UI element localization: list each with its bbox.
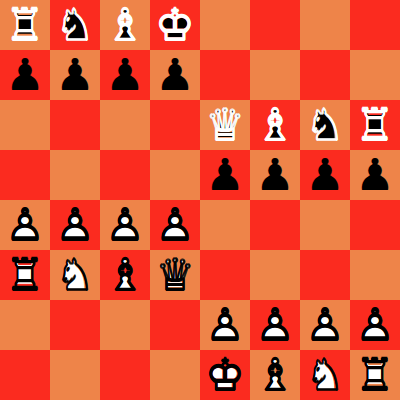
square-g5[interactable]: ♟ — [300, 150, 350, 200]
piece-fill-glyph: ♟ — [100, 50, 150, 100]
square-g7[interactable] — [300, 50, 350, 100]
white-pawn[interactable]: ♟♙ — [100, 200, 150, 250]
piece-outline-glyph: ♙ — [150, 200, 200, 250]
white-bishop[interactable]: ♝♗ — [250, 350, 300, 400]
piece-fill-glyph: ♛ — [200, 100, 250, 150]
square-e1[interactable]: ♚♔ — [200, 350, 250, 400]
black-pawn[interactable]: ♟ — [250, 150, 300, 200]
square-g6[interactable]: ♞♘ — [300, 100, 350, 150]
square-g8[interactable] — [300, 0, 350, 50]
square-a4[interactable]: ♟♙ — [0, 200, 50, 250]
square-e3[interactable] — [200, 250, 250, 300]
piece-outline-glyph: ♖ — [0, 0, 50, 50]
piece-fill-glyph: ♟ — [300, 300, 350, 350]
piece-fill-glyph: ♟ — [200, 150, 250, 200]
square-d1[interactable] — [150, 350, 200, 400]
piece-fill-glyph: ♝ — [250, 100, 300, 150]
piece-fill-glyph: ♚ — [150, 0, 200, 50]
white-pawn[interactable]: ♟♙ — [300, 300, 350, 350]
white-queen[interactable]: ♛♕ — [150, 250, 200, 300]
square-d6[interactable] — [150, 100, 200, 150]
square-h5[interactable]: ♟ — [350, 150, 400, 200]
black-pawn[interactable]: ♟ — [50, 50, 100, 100]
piece-outline-glyph: ♕ — [200, 100, 250, 150]
piece-fill-glyph: ♞ — [50, 0, 100, 50]
white-knight[interactable]: ♞♘ — [50, 250, 100, 300]
piece-fill-glyph: ♜ — [350, 350, 400, 400]
square-b6[interactable] — [50, 100, 100, 150]
square-g2[interactable]: ♟♙ — [300, 300, 350, 350]
piece-outline-glyph: ♖ — [0, 250, 50, 300]
chess-board: ♜♖♞♘♝♗♚♔♟♟♟♟♛♕♝♗♞♘♜♖♟♟♟♟♟♙♟♙♟♙♟♙♜♖♞♘♝♗♛♕… — [0, 0, 400, 400]
piece-fill-glyph: ♟ — [0, 200, 50, 250]
piece-fill-glyph: ♟ — [250, 300, 300, 350]
piece-fill-glyph: ♝ — [250, 350, 300, 400]
piece-outline-glyph: ♖ — [350, 350, 400, 400]
square-d8[interactable]: ♚♔ — [150, 0, 200, 50]
piece-fill-glyph: ♟ — [250, 150, 300, 200]
square-f5[interactable]: ♟ — [250, 150, 300, 200]
white-pawn[interactable]: ♟♙ — [50, 200, 100, 250]
square-h4[interactable] — [350, 200, 400, 250]
piece-outline-glyph: ♙ — [0, 200, 50, 250]
square-f3[interactable] — [250, 250, 300, 300]
square-e5[interactable]: ♟ — [200, 150, 250, 200]
piece-outline-glyph: ♘ — [50, 0, 100, 50]
piece-fill-glyph: ♟ — [200, 300, 250, 350]
black-knight[interactable]: ♞♘ — [300, 100, 350, 150]
square-b7[interactable]: ♟ — [50, 50, 100, 100]
square-c6[interactable] — [100, 100, 150, 150]
square-a7[interactable]: ♟ — [0, 50, 50, 100]
square-e6[interactable]: ♛♕ — [200, 100, 250, 150]
square-b2[interactable] — [50, 300, 100, 350]
square-e8[interactable] — [200, 0, 250, 50]
square-b4[interactable]: ♟♙ — [50, 200, 100, 250]
white-knight[interactable]: ♞♘ — [300, 350, 350, 400]
piece-fill-glyph: ♞ — [300, 100, 350, 150]
square-f8[interactable] — [250, 0, 300, 50]
square-c1[interactable] — [100, 350, 150, 400]
black-rook[interactable]: ♜♖ — [0, 0, 50, 50]
square-f4[interactable] — [250, 200, 300, 250]
piece-fill-glyph: ♟ — [300, 150, 350, 200]
square-g3[interactable] — [300, 250, 350, 300]
square-c4[interactable]: ♟♙ — [100, 200, 150, 250]
piece-fill-glyph: ♜ — [350, 100, 400, 150]
piece-outline-glyph: ♔ — [150, 0, 200, 50]
piece-fill-glyph: ♟ — [150, 200, 200, 250]
white-rook[interactable]: ♜♖ — [0, 250, 50, 300]
white-bishop[interactable]: ♝♗ — [100, 250, 150, 300]
square-f2[interactable]: ♟♙ — [250, 300, 300, 350]
piece-outline-glyph: ♔ — [200, 350, 250, 400]
piece-outline-glyph: ♕ — [150, 250, 200, 300]
piece-fill-glyph: ♞ — [300, 350, 350, 400]
square-g1[interactable]: ♞♘ — [300, 350, 350, 400]
piece-fill-glyph: ♚ — [200, 350, 250, 400]
piece-fill-glyph: ♟ — [350, 150, 400, 200]
square-d4[interactable]: ♟♙ — [150, 200, 200, 250]
piece-fill-glyph: ♝ — [100, 250, 150, 300]
black-pawn[interactable]: ♟ — [100, 50, 150, 100]
square-e7[interactable] — [200, 50, 250, 100]
piece-fill-glyph: ♟ — [50, 50, 100, 100]
square-h2[interactable]: ♟♙ — [350, 300, 400, 350]
black-pawn[interactable]: ♟ — [150, 50, 200, 100]
square-f7[interactable] — [250, 50, 300, 100]
black-bishop[interactable]: ♝♗ — [250, 100, 300, 150]
piece-outline-glyph: ♘ — [300, 350, 350, 400]
square-a8[interactable]: ♜♖ — [0, 0, 50, 50]
square-c8[interactable]: ♝♗ — [100, 0, 150, 50]
piece-fill-glyph: ♜ — [0, 250, 50, 300]
piece-fill-glyph: ♞ — [50, 250, 100, 300]
square-e4[interactable] — [200, 200, 250, 250]
piece-outline-glyph: ♗ — [100, 0, 150, 50]
white-pawn[interactable]: ♟♙ — [150, 200, 200, 250]
piece-fill-glyph: ♜ — [0, 0, 50, 50]
square-b5[interactable] — [50, 150, 100, 200]
square-d3[interactable]: ♛♕ — [150, 250, 200, 300]
square-g4[interactable] — [300, 200, 350, 250]
square-a6[interactable] — [0, 100, 50, 150]
black-pawn[interactable]: ♟ — [200, 150, 250, 200]
square-h6[interactable]: ♜♖ — [350, 100, 400, 150]
white-pawn[interactable]: ♟♙ — [200, 300, 250, 350]
piece-outline-glyph: ♘ — [300, 100, 350, 150]
square-h3[interactable] — [350, 250, 400, 300]
square-b8[interactable]: ♞♘ — [50, 0, 100, 50]
piece-outline-glyph: ♙ — [200, 300, 250, 350]
square-d5[interactable] — [150, 150, 200, 200]
piece-outline-glyph: ♙ — [50, 200, 100, 250]
piece-outline-glyph: ♗ — [100, 250, 150, 300]
black-queen[interactable]: ♛♕ — [200, 100, 250, 150]
black-pawn[interactable]: ♟ — [0, 50, 50, 100]
black-pawn[interactable]: ♟ — [300, 150, 350, 200]
piece-outline-glyph: ♗ — [250, 100, 300, 150]
piece-fill-glyph: ♛ — [150, 250, 200, 300]
square-a3[interactable]: ♜♖ — [0, 250, 50, 300]
black-knight[interactable]: ♞♘ — [50, 0, 100, 50]
square-h7[interactable] — [350, 50, 400, 100]
white-pawn[interactable]: ♟♙ — [350, 300, 400, 350]
square-h1[interactable]: ♜♖ — [350, 350, 400, 400]
white-pawn[interactable]: ♟♙ — [250, 300, 300, 350]
black-bishop[interactable]: ♝♗ — [100, 0, 150, 50]
piece-fill-glyph: ♝ — [100, 0, 150, 50]
square-a2[interactable] — [0, 300, 50, 350]
square-c2[interactable] — [100, 300, 150, 350]
square-h8[interactable] — [350, 0, 400, 50]
square-b3[interactable]: ♞♘ — [50, 250, 100, 300]
piece-fill-glyph: ♟ — [50, 200, 100, 250]
white-pawn[interactable]: ♟♙ — [0, 200, 50, 250]
square-f1[interactable]: ♝♗ — [250, 350, 300, 400]
square-c3[interactable]: ♝♗ — [100, 250, 150, 300]
white-rook[interactable]: ♜♖ — [350, 350, 400, 400]
square-c5[interactable] — [100, 150, 150, 200]
piece-outline-glyph: ♙ — [300, 300, 350, 350]
piece-outline-glyph: ♘ — [50, 250, 100, 300]
piece-outline-glyph: ♖ — [350, 100, 400, 150]
square-a5[interactable] — [0, 150, 50, 200]
piece-fill-glyph: ♟ — [100, 200, 150, 250]
square-e2[interactable]: ♟♙ — [200, 300, 250, 350]
square-b1[interactable] — [50, 350, 100, 400]
square-d2[interactable] — [150, 300, 200, 350]
piece-outline-glyph: ♗ — [250, 350, 300, 400]
black-pawn[interactable]: ♟ — [350, 150, 400, 200]
piece-outline-glyph: ♙ — [100, 200, 150, 250]
square-f6[interactable]: ♝♗ — [250, 100, 300, 150]
black-rook[interactable]: ♜♖ — [350, 100, 400, 150]
white-king[interactable]: ♚♔ — [200, 350, 250, 400]
square-c7[interactable]: ♟ — [100, 50, 150, 100]
piece-outline-glyph: ♙ — [250, 300, 300, 350]
piece-fill-glyph: ♟ — [350, 300, 400, 350]
square-a1[interactable] — [0, 350, 50, 400]
square-d7[interactable]: ♟ — [150, 50, 200, 100]
piece-outline-glyph: ♙ — [350, 300, 400, 350]
piece-fill-glyph: ♟ — [0, 50, 50, 100]
piece-fill-glyph: ♟ — [150, 50, 200, 100]
black-king[interactable]: ♚♔ — [150, 0, 200, 50]
